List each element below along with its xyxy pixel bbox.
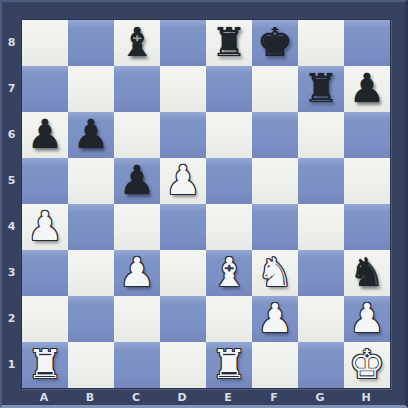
square-h2[interactable]: ♟: [344, 296, 390, 342]
square-g3[interactable]: [298, 250, 344, 296]
square-b8[interactable]: [68, 20, 114, 66]
square-d6[interactable]: [160, 112, 206, 158]
square-c3[interactable]: ♟: [114, 250, 160, 296]
piece-black-pawn[interactable]: ♟: [349, 65, 385, 111]
piece-white-pawn[interactable]: ♟: [27, 203, 63, 249]
square-a6[interactable]: ♟: [22, 112, 68, 158]
square-g8[interactable]: [298, 20, 344, 66]
square-h1[interactable]: ♚: [344, 342, 390, 388]
piece-white-rook[interactable]: ♜: [211, 341, 247, 387]
square-c8[interactable]: ♝: [114, 20, 160, 66]
piece-white-bishop[interactable]: ♝: [211, 249, 247, 295]
square-f2[interactable]: ♟: [252, 296, 298, 342]
square-e1[interactable]: ♜: [206, 342, 252, 388]
square-a8[interactable]: [22, 20, 68, 66]
rank-label-2: 2: [2, 295, 21, 341]
square-e7[interactable]: [206, 66, 252, 112]
square-f7[interactable]: [252, 66, 298, 112]
square-a3[interactable]: [22, 250, 68, 296]
square-h3[interactable]: ♞: [344, 250, 390, 296]
square-g2[interactable]: [298, 296, 344, 342]
rank-label-8: 8: [2, 19, 21, 65]
piece-black-knight[interactable]: ♞: [349, 249, 385, 295]
square-c5[interactable]: ♟: [114, 158, 160, 204]
piece-black-bishop[interactable]: ♝: [119, 19, 155, 65]
square-h4[interactable]: [344, 204, 390, 250]
piece-black-rook[interactable]: ♜: [303, 65, 339, 111]
file-label-f: F: [251, 389, 297, 405]
square-d4[interactable]: [160, 204, 206, 250]
file-labels: ABCDEFGH: [21, 389, 389, 405]
chess-board: ♝♜♚♜♟♟♟♟♟♟♟♝♞♞♟♟♜♜♚: [21, 19, 391, 389]
square-g5[interactable]: [298, 158, 344, 204]
square-f1[interactable]: [252, 342, 298, 388]
square-a7[interactable]: [22, 66, 68, 112]
square-e5[interactable]: [206, 158, 252, 204]
square-b5[interactable]: [68, 158, 114, 204]
square-b3[interactable]: [68, 250, 114, 296]
piece-black-pawn[interactable]: ♟: [119, 157, 155, 203]
piece-black-rook[interactable]: ♜: [211, 19, 247, 65]
rank-labels: 87654321: [2, 19, 21, 387]
rank-label-3: 3: [2, 249, 21, 295]
piece-black-pawn[interactable]: ♟: [73, 111, 109, 157]
square-a5[interactable]: [22, 158, 68, 204]
square-a2[interactable]: [22, 296, 68, 342]
piece-white-rook[interactable]: ♜: [27, 341, 63, 387]
square-e6[interactable]: [206, 112, 252, 158]
square-f6[interactable]: [252, 112, 298, 158]
square-f4[interactable]: [252, 204, 298, 250]
piece-black-king[interactable]: ♚: [257, 19, 293, 65]
file-label-h: H: [343, 389, 389, 405]
square-g6[interactable]: [298, 112, 344, 158]
square-d1[interactable]: [160, 342, 206, 388]
square-b2[interactable]: [68, 296, 114, 342]
square-e8[interactable]: ♜: [206, 20, 252, 66]
file-label-d: D: [159, 389, 205, 405]
square-g4[interactable]: [298, 204, 344, 250]
file-label-g: G: [297, 389, 343, 405]
square-g1[interactable]: [298, 342, 344, 388]
square-g7[interactable]: ♜: [298, 66, 344, 112]
rank-label-1: 1: [2, 341, 21, 387]
piece-white-pawn[interactable]: ♟: [349, 295, 385, 341]
piece-white-knight[interactable]: ♞: [257, 249, 293, 295]
square-h7[interactable]: ♟: [344, 66, 390, 112]
square-d2[interactable]: [160, 296, 206, 342]
square-c4[interactable]: [114, 204, 160, 250]
square-b4[interactable]: [68, 204, 114, 250]
file-label-a: A: [21, 389, 67, 405]
square-b7[interactable]: [68, 66, 114, 112]
square-f8[interactable]: ♚: [252, 20, 298, 66]
square-f5[interactable]: [252, 158, 298, 204]
square-h5[interactable]: [344, 158, 390, 204]
square-b6[interactable]: ♟: [68, 112, 114, 158]
piece-white-king[interactable]: ♚: [349, 341, 385, 387]
piece-white-pawn[interactable]: ♟: [165, 157, 201, 203]
square-a4[interactable]: ♟: [22, 204, 68, 250]
file-label-e: E: [205, 389, 251, 405]
square-d3[interactable]: [160, 250, 206, 296]
piece-white-pawn[interactable]: ♟: [257, 295, 293, 341]
square-e4[interactable]: [206, 204, 252, 250]
rank-label-6: 6: [2, 111, 21, 157]
square-d7[interactable]: [160, 66, 206, 112]
file-label-b: B: [67, 389, 113, 405]
square-e2[interactable]: [206, 296, 252, 342]
square-d8[interactable]: [160, 20, 206, 66]
square-b1[interactable]: [68, 342, 114, 388]
rank-label-4: 4: [2, 203, 21, 249]
piece-white-pawn[interactable]: ♟: [119, 249, 155, 295]
square-c6[interactable]: [114, 112, 160, 158]
piece-black-pawn[interactable]: ♟: [27, 111, 63, 157]
rank-label-7: 7: [2, 65, 21, 111]
rank-label-5: 5: [2, 157, 21, 203]
square-h6[interactable]: [344, 112, 390, 158]
square-h8[interactable]: [344, 20, 390, 66]
square-a1[interactable]: ♜: [22, 342, 68, 388]
square-c2[interactable]: [114, 296, 160, 342]
board-frame: 87654321 ABCDEFGH ♝♜♚♜♟♟♟♟♟♟♟♝♞♞♟♟♜♜♚: [0, 0, 408, 408]
square-e3[interactable]: ♝: [206, 250, 252, 296]
square-c7[interactable]: [114, 66, 160, 112]
square-d5[interactable]: ♟: [160, 158, 206, 204]
file-label-c: C: [113, 389, 159, 405]
square-f3[interactable]: ♞: [252, 250, 298, 296]
square-c1[interactable]: [114, 342, 160, 388]
